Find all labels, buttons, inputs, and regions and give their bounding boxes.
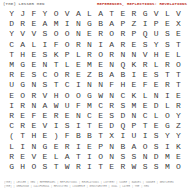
grid-cell: E [173, 91, 184, 101]
grid-cell: G [84, 19, 95, 29]
grid-cell: D [151, 152, 162, 162]
grid-cell: N [106, 141, 117, 151]
grid-cell: T [6, 50, 17, 60]
grid-cell: T [17, 131, 28, 141]
grid-cell: M [162, 162, 173, 172]
grid-cell: I [140, 131, 151, 141]
grid-cell: E [28, 60, 39, 70]
word-search-grid: YJFYOVALATERGVLVDREAMINGBAPZIPEXYVVSOONE… [6, 9, 184, 172]
grid-cell: S [128, 152, 139, 162]
grid-cell: B [84, 131, 95, 141]
grid-cell: I [140, 19, 151, 29]
grid-cell: Q [140, 29, 151, 39]
grid-cell: U [6, 80, 17, 90]
grid-cell: M [128, 101, 139, 111]
grid-cell: E [140, 101, 151, 111]
grid-cell: O [95, 50, 106, 60]
grid-cell: W [51, 101, 62, 111]
grid-cell: T [51, 162, 62, 172]
grid-cell: H [17, 162, 28, 172]
grid-cell: X [173, 19, 184, 29]
grid-cell: E [17, 111, 28, 121]
grid-cell: R [17, 101, 28, 111]
grid-cell: M [51, 19, 62, 29]
grid-cell: E [162, 50, 173, 60]
grid-cell: N [117, 50, 128, 60]
grid-cell: H [151, 50, 162, 60]
grid-cell: K [128, 60, 139, 70]
grid-cell: I [84, 162, 95, 172]
grid-cell: R [6, 152, 17, 162]
grid-cell: V [62, 9, 73, 19]
grid-cell: ( [6, 131, 17, 141]
grid-cell: S [39, 50, 50, 60]
grid-cell: L [162, 101, 173, 111]
grid-cell: G [17, 80, 28, 90]
puzzle-header: (THE) LESSER MEN REFERENCES, REFLECTIONS… [0, 0, 190, 7]
grid-cell: G [6, 162, 17, 172]
grid-cell: E [73, 60, 84, 70]
grid-cell: N [95, 80, 106, 90]
grid-cell: E [6, 91, 17, 101]
grid-cell: N [128, 50, 139, 60]
grid-cell: S [151, 70, 162, 80]
grid-cell: I [84, 152, 95, 162]
grid-cell: Y [162, 131, 173, 141]
grid-cell: R [162, 60, 173, 70]
grid-cell: S [117, 101, 128, 111]
grid-cell: D [151, 101, 162, 111]
word-search-page: (THE) LESSER MEN REFERENCES, REFLECTIONS… [0, 0, 190, 190]
grid-cell: S [106, 111, 117, 121]
grid-cell: N [106, 91, 117, 101]
grid-cell: O [51, 70, 62, 80]
grid-cell: R [62, 70, 73, 80]
grid-cell: A [128, 141, 139, 151]
grid-cell: O [28, 162, 39, 172]
grid-cell: L [151, 111, 162, 121]
grid-cell: F [140, 80, 151, 90]
grid-cell: P [151, 19, 162, 29]
grid-cell: E [51, 141, 62, 151]
grid-cell: V [39, 121, 50, 131]
grid-cell: Y [6, 9, 17, 19]
grid-cell: S [151, 162, 162, 172]
grid-cell: A [106, 70, 117, 80]
grid-cell: M [84, 60, 95, 70]
grid-cell: R [162, 80, 173, 90]
grid-cell: N [140, 152, 151, 162]
grid-cell: A [106, 19, 117, 29]
grid-cell: L [151, 60, 162, 70]
grid-cell: E [151, 121, 162, 131]
grid-cell: N [106, 60, 117, 70]
grid-cell: L [73, 50, 84, 60]
grid-cell: E [62, 111, 73, 121]
grid-cell: S [62, 121, 73, 131]
grid-cell: E [140, 70, 151, 80]
grid-cell: S [117, 152, 128, 162]
grid-cell: E [106, 162, 117, 172]
grid-cell: R [173, 101, 184, 111]
grid-cell: N [28, 101, 39, 111]
grid-cell: I [117, 131, 128, 141]
grid-cell: E [28, 50, 39, 60]
grid-cell: I [162, 141, 173, 151]
grid-cell: M [162, 152, 173, 162]
grid-cell: S [162, 29, 173, 39]
word-list-footer: (THE) | LESSER | MEN | REFERENCES | REFL… [0, 181, 190, 188]
grid-cell: E [95, 60, 106, 70]
grid-cell: L [140, 91, 151, 101]
grid-cell: P [128, 29, 139, 39]
grid-cell: Y [39, 9, 50, 19]
grid-cell: O [17, 91, 28, 101]
grid-cell: I [51, 121, 62, 131]
grid-cell: N [128, 111, 139, 121]
grid-cell: O [140, 141, 151, 151]
grid-cell: A [95, 9, 106, 19]
grid-cell: E [151, 80, 162, 90]
grid-cell: R [73, 40, 84, 50]
grid-cell: E [173, 29, 184, 39]
grid-cell: C [39, 70, 50, 80]
grid-cell: E [17, 152, 28, 162]
grid-cell: T [106, 9, 117, 19]
grid-cell: Y [151, 40, 162, 50]
grid-cell: O [173, 162, 184, 172]
grid-cell: R [62, 141, 73, 151]
grid-cell: L [28, 40, 39, 50]
grid-cell: W [128, 162, 139, 172]
grid-cell: E [17, 70, 28, 80]
grid-cell: T [140, 121, 151, 131]
grid-cell: T [173, 40, 184, 50]
grid-cell: V [28, 152, 39, 162]
grid-cell: C [140, 111, 151, 121]
grid-cell: R [106, 50, 117, 60]
grid-cell: R [117, 40, 128, 50]
grid-cell: L [162, 9, 173, 19]
grid-cell: R [6, 111, 17, 121]
grid-cell: E [117, 9, 128, 19]
grid-cell: V [140, 50, 151, 60]
grid-cell: C [6, 121, 17, 131]
grid-cell: O [173, 60, 184, 70]
grid-cell: R [73, 162, 84, 172]
grid-cell: T [162, 70, 173, 80]
grid-cell: E [39, 111, 50, 121]
grid-cell: H [117, 80, 128, 90]
grid-cell: M [6, 60, 17, 70]
grid-cell: R [117, 29, 128, 39]
grid-cell: R [51, 111, 62, 121]
grid-cell: N [28, 80, 39, 90]
grid-cell: ) [51, 131, 62, 141]
grid-cell: P [117, 19, 128, 29]
grid-cell: T [51, 60, 62, 70]
grid-cell: V [28, 29, 39, 39]
grid-cell: U [151, 29, 162, 39]
grid-cell: G [39, 141, 50, 151]
grid-cell: I [39, 40, 50, 50]
puzzle-subtitle: REFERENCES, REFLECTIONS: REVELATIONS [97, 2, 187, 7]
grid-cell: L [62, 60, 73, 70]
grid-cell: D [6, 19, 17, 29]
grid-cell: F [28, 111, 39, 121]
grid-cell: T [95, 131, 106, 141]
grid-cell: A [106, 40, 117, 50]
grid-cell: K [51, 50, 62, 60]
grid-cell: T [73, 152, 84, 162]
grid-cell: O [95, 152, 106, 162]
puzzle-title: (THE) LESSER MEN [3, 2, 45, 7]
grid-cell: U [128, 131, 139, 141]
grid-cell: D [117, 111, 128, 121]
grid-cell: S [151, 131, 162, 141]
grid-cell: G [162, 121, 173, 131]
grid-cell: K [173, 141, 184, 151]
grid-cell: H [28, 131, 39, 141]
grid-cell: Z [128, 19, 139, 29]
grid-cell: F [51, 40, 62, 50]
grid-cell: B [95, 70, 106, 80]
grid-cell: M [84, 101, 95, 111]
grid-cell: P [128, 121, 139, 131]
grid-cell: R [6, 70, 17, 80]
grid-cell: A [39, 101, 50, 111]
grid-cell: K [128, 91, 139, 101]
grid-cell: W [62, 162, 73, 172]
grid-cell: W [95, 91, 106, 101]
grid-cell: G [84, 91, 95, 101]
grid-cell: E [173, 152, 184, 162]
grid-cell: N [106, 152, 117, 162]
grid-cell: B [117, 141, 128, 151]
grid-cell: A [39, 19, 50, 29]
grid-cell: C [6, 40, 17, 50]
grid-cell: H [17, 50, 28, 60]
grid-cell: N [151, 91, 162, 101]
grid-cell: E [39, 131, 50, 141]
grid-cell: T [173, 70, 184, 80]
grid-cell: V [17, 29, 28, 39]
grid-cell: O [162, 111, 173, 121]
grid-cell: B [117, 70, 128, 80]
grid-cell: S [140, 40, 151, 50]
grid-cell: I [62, 19, 73, 29]
grid-cell: O [106, 29, 117, 39]
grid-cell: O [62, 40, 73, 50]
grid-cell: N [73, 111, 84, 121]
grid-cell: L [6, 141, 17, 151]
grid-cell: G [140, 9, 151, 19]
grid-cell: L [51, 152, 62, 162]
grid-cell: F [73, 101, 84, 111]
grid-cell: S [162, 40, 173, 50]
grid-cell: C [117, 91, 128, 101]
grid-cell: A [73, 9, 84, 19]
grid-cell: S [151, 141, 162, 151]
grid-cell: R [17, 121, 28, 131]
grid-cell: R [140, 60, 151, 70]
grid-cell: C [84, 111, 95, 121]
grid-cell: R [17, 19, 28, 29]
grid-cell: V [173, 9, 184, 19]
grid-cell: A [17, 40, 28, 50]
grid-cell: Q [117, 60, 128, 70]
grid-cell: I [128, 70, 139, 80]
grid-cell: T [173, 80, 184, 90]
grid-cell: E [128, 80, 139, 90]
grid-cell: I [95, 40, 106, 50]
grid-cell: D [106, 121, 117, 131]
grid-cell: J [17, 9, 28, 19]
grid-cell: X [106, 131, 117, 141]
grid-cell: E [95, 111, 106, 121]
grid-cell: S [39, 29, 50, 39]
grid-cell: E [28, 19, 39, 29]
grid-cell: H [51, 91, 62, 101]
grid-cell: C [95, 101, 106, 111]
grid-cell: O [51, 29, 62, 39]
word-list-line-2: (THE) | DREAMING | CALIFORNIA | REVISITE… [4, 185, 186, 188]
grid-cell: O [73, 91, 84, 101]
grid-cell: R [128, 9, 139, 19]
grid-cell: V [39, 91, 50, 101]
grid-cell: N [84, 80, 95, 90]
grid-cell: B [95, 19, 106, 29]
grid-cell: R [117, 162, 128, 172]
grid-cell: O [51, 9, 62, 19]
grid-cell: I [6, 101, 17, 111]
grid-cell: Z [84, 70, 95, 80]
grid-cell: E [128, 40, 139, 50]
grid-cell: E [84, 29, 95, 39]
grid-cell: N [73, 29, 84, 39]
grid-cell: E [28, 121, 39, 131]
grid-cell: R [84, 50, 95, 60]
grid-cell: A [62, 152, 73, 162]
grid-cell: Z [173, 121, 184, 131]
grid-cell: E [39, 152, 50, 162]
grid-cell: F [106, 80, 117, 90]
grid-cell: P [95, 141, 106, 151]
grid-cell: S [140, 162, 151, 172]
grid-cell: E [95, 121, 106, 131]
grid-cell: B [73, 131, 84, 141]
grid-cell: N [39, 60, 50, 70]
grid-cell: O [62, 91, 73, 101]
grid-cell: L [84, 9, 95, 19]
grid-cell: T [84, 121, 95, 131]
grid-cell: I [73, 80, 84, 90]
grid-cell: E [162, 19, 173, 29]
grid-cell: N [84, 40, 95, 50]
grid-cell: N [28, 141, 39, 151]
grid-cell: P [62, 50, 73, 60]
grid-cell: Y [173, 111, 184, 121]
grid-cell: Y [173, 131, 184, 141]
grid-cell: R [106, 101, 117, 111]
grid-cell: I [73, 141, 84, 151]
grid-cell: C [62, 80, 73, 90]
grid-cell: O [62, 29, 73, 39]
grid-cell: U [62, 101, 73, 111]
grid-cell: Y [6, 29, 17, 39]
grid-cell: N [73, 19, 84, 29]
grid-cell: E [84, 141, 95, 151]
grid-cell: F [62, 131, 73, 141]
grid-cell: Q [117, 121, 128, 131]
grid-cell: T [51, 80, 62, 90]
grid-cell: T [95, 162, 106, 172]
grid-cell: I [17, 141, 28, 151]
grid-cell: G [17, 60, 28, 70]
grid-cell: I [73, 121, 84, 131]
grid-cell: S [28, 70, 39, 80]
grid-cell: R [28, 91, 39, 101]
grid-cell: S [39, 162, 50, 172]
grid-cell: I [162, 91, 173, 101]
grid-cell: R [95, 29, 106, 39]
grid-cell: E [73, 70, 84, 80]
grid-cell: F [28, 9, 39, 19]
grid-cell: L [173, 50, 184, 60]
grid-cell: S [39, 80, 50, 90]
grid-cell: V [151, 9, 162, 19]
